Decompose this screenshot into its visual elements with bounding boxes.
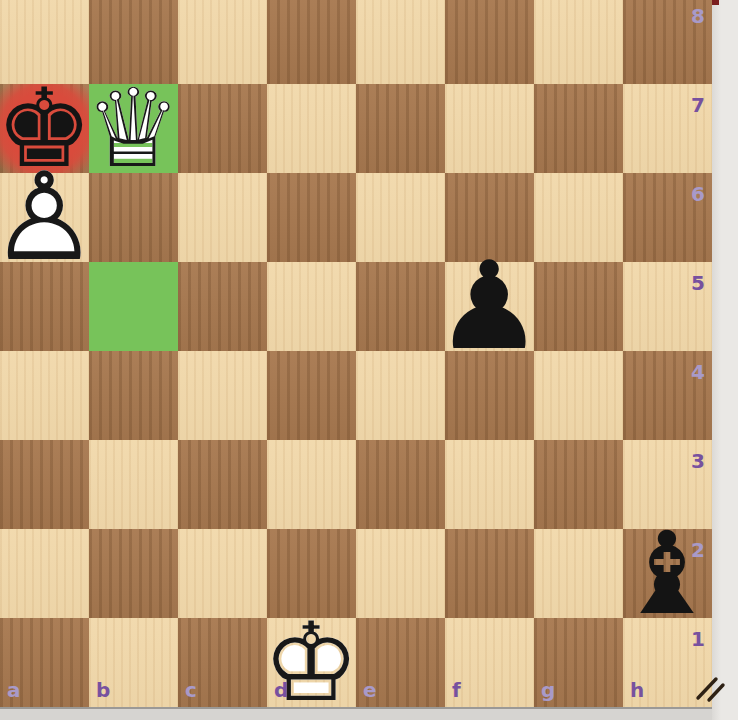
file-label-e: e (363, 678, 377, 702)
rank-label-4: 4 (691, 360, 705, 384)
rank-label-8: 8 (691, 4, 705, 28)
square-d8[interactable] (267, 0, 356, 84)
piece-black-pawn[interactable]: ♟ (445, 262, 534, 351)
square-h4[interactable]: 4 (623, 351, 712, 440)
square-c8[interactable] (178, 0, 267, 84)
square-c5[interactable] (178, 262, 267, 351)
square-g2[interactable] (534, 529, 623, 618)
square-c1[interactable]: c (178, 618, 267, 707)
square-b5[interactable] (89, 262, 178, 351)
white-pawn-outline-glyph: ♙ (0, 159, 99, 276)
square-e5[interactable] (356, 262, 445, 351)
rank-label-6: 6 (691, 182, 705, 206)
square-b3[interactable] (89, 440, 178, 529)
square-g3[interactable] (534, 440, 623, 529)
square-a4[interactable] (0, 351, 89, 440)
square-h6[interactable]: 6 (623, 173, 712, 262)
square-c6[interactable] (178, 173, 267, 262)
square-g8[interactable] (534, 0, 623, 84)
white-queen-outline-glyph: ♕ (85, 76, 182, 181)
square-d3[interactable] (267, 440, 356, 529)
square-c2[interactable] (178, 529, 267, 618)
scroll-marker (712, 0, 719, 5)
square-c3[interactable] (178, 440, 267, 529)
square-g6[interactable] (534, 173, 623, 262)
chess-board[interactable]: 8♚♛♕7♟♙6♟5432♝abcd♚♔efgh1 (0, 0, 712, 707)
page: 8♚♛♕7♟♙6♟5432♝abcd♚♔efgh1 (0, 0, 738, 720)
square-f3[interactable] (445, 440, 534, 529)
file-label-g: g (541, 678, 555, 702)
piece-white-king[interactable]: ♚♔ (267, 618, 356, 707)
square-g7[interactable] (534, 84, 623, 173)
file-label-f: f (452, 678, 461, 702)
square-a6[interactable]: ♟♙ (0, 173, 89, 262)
square-b2[interactable] (89, 529, 178, 618)
piece-white-pawn[interactable]: ♟♙ (0, 173, 89, 262)
square-e8[interactable] (356, 0, 445, 84)
square-f2[interactable] (445, 529, 534, 618)
square-d5[interactable] (267, 262, 356, 351)
file-label-h: h (630, 678, 644, 702)
square-f5[interactable]: ♟ (445, 262, 534, 351)
square-e7[interactable] (356, 84, 445, 173)
rank-label-3: 3 (691, 449, 705, 473)
piece-black-bishop[interactable]: ♝ (623, 529, 712, 618)
white-king-outline-glyph: ♔ (263, 610, 360, 715)
square-g1[interactable]: g (534, 618, 623, 707)
last-move-highlight-b5 (89, 262, 178, 351)
rank-label-7: 7 (691, 93, 705, 117)
square-d7[interactable] (267, 84, 356, 173)
square-g5[interactable] (534, 262, 623, 351)
file-label-c: c (185, 678, 197, 702)
square-e4[interactable] (356, 351, 445, 440)
rank-label-5: 5 (691, 271, 705, 295)
resize-handle-icon[interactable] (692, 672, 726, 704)
square-g4[interactable] (534, 351, 623, 440)
square-e6[interactable] (356, 173, 445, 262)
square-d6[interactable] (267, 173, 356, 262)
piece-white-queen[interactable]: ♛♕ (89, 84, 178, 173)
black-bishop-glyph: ♝ (616, 518, 718, 628)
square-f1[interactable]: f (445, 618, 534, 707)
square-a1[interactable]: a (0, 618, 89, 707)
square-a2[interactable] (0, 529, 89, 618)
square-d1[interactable]: d♚♔ (267, 618, 356, 707)
square-c4[interactable] (178, 351, 267, 440)
square-e2[interactable] (356, 529, 445, 618)
square-h7[interactable]: 7 (623, 84, 712, 173)
square-h5[interactable]: 5 (623, 262, 712, 351)
square-b1[interactable]: b (89, 618, 178, 707)
square-h2[interactable]: 2♝ (623, 529, 712, 618)
square-e1[interactable]: e (356, 618, 445, 707)
square-b4[interactable] (89, 351, 178, 440)
square-d4[interactable] (267, 351, 356, 440)
square-b7[interactable]: ♛♕ (89, 84, 178, 173)
black-pawn-glyph: ♟ (435, 248, 544, 365)
square-e3[interactable] (356, 440, 445, 529)
square-f7[interactable] (445, 84, 534, 173)
square-f8[interactable] (445, 0, 534, 84)
file-label-a: a (7, 678, 21, 702)
file-label-b: b (96, 678, 110, 702)
square-c7[interactable] (178, 84, 267, 173)
square-a3[interactable] (0, 440, 89, 529)
square-h8[interactable]: 8 (623, 0, 712, 84)
